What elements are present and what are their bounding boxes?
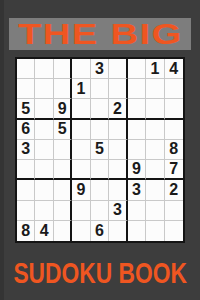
- sudoku-cell: 8: [17, 221, 35, 241]
- sudoku-cell: [35, 180, 53, 200]
- sudoku-cell: [146, 221, 164, 241]
- sudoku-cell: [35, 59, 53, 79]
- sudoku-cell: [146, 120, 164, 140]
- sudoku-cell: 3: [128, 180, 146, 200]
- sudoku-cell: [165, 120, 183, 140]
- sudoku-cell: [109, 120, 127, 140]
- sudoku-cell: [109, 221, 127, 241]
- sudoku-cell: [54, 180, 72, 200]
- sudoku-cell: [91, 180, 109, 200]
- sudoku-cell: 5: [54, 120, 72, 140]
- sudoku-cell: [91, 160, 109, 180]
- sudoku-cell: [54, 221, 72, 241]
- sudoku-cell: [35, 99, 53, 119]
- sudoku-cell: [72, 140, 90, 160]
- sudoku-cell: [146, 180, 164, 200]
- sudoku-cell: 5: [91, 140, 109, 160]
- sudoku-cell: 4: [165, 59, 183, 79]
- sudoku-cell: [91, 120, 109, 140]
- sudoku-cell: [146, 79, 164, 99]
- sudoku-cell: [54, 79, 72, 99]
- sudoku-cell: 9: [72, 180, 90, 200]
- sudoku-cell: [17, 180, 35, 200]
- sudoku-cell: [54, 201, 72, 221]
- sudoku-cell: [146, 160, 164, 180]
- sudoku-cell: 9: [54, 99, 72, 119]
- sudoku-cell: [72, 59, 90, 79]
- sudoku-cell: [17, 79, 35, 99]
- sudoku-cell: 3: [17, 140, 35, 160]
- sudoku-cell: [165, 99, 183, 119]
- sudoku-cell: [91, 79, 109, 99]
- sudoku-cell: [146, 201, 164, 221]
- bottom-title-wrap: SUDOKU BOOK: [0, 254, 200, 292]
- sudoku-cell: [109, 140, 127, 160]
- sudoku-cell: [35, 160, 53, 180]
- sudoku-cell: [17, 59, 35, 79]
- sudoku-cell: 1: [146, 59, 164, 79]
- sudoku-cell: [128, 140, 146, 160]
- sudoku-cell: [128, 201, 146, 221]
- sudoku-cell: [165, 221, 183, 241]
- sudoku-cell: 5: [17, 99, 35, 119]
- sudoku-cell: [128, 59, 146, 79]
- sudoku-cell: [109, 79, 127, 99]
- sudoku-cell: [35, 79, 53, 99]
- sudoku-cell: [54, 140, 72, 160]
- sudoku-cell: [72, 221, 90, 241]
- sudoku-cell: [165, 79, 183, 99]
- sudoku-cell: 9: [128, 160, 146, 180]
- sudoku-cell: 2: [109, 99, 127, 119]
- sudoku-cell: [17, 201, 35, 221]
- sudoku-cell: [35, 120, 53, 140]
- sudoku-cell: [109, 59, 127, 79]
- sudoku-cell: [35, 140, 53, 160]
- sudoku-grid: 314159265358979323846: [15, 57, 185, 243]
- title-band: THE BIG: [9, 18, 191, 50]
- sudoku-cell: 4: [35, 221, 53, 241]
- sudoku-cell: [146, 140, 164, 160]
- sudoku-cell: [72, 201, 90, 221]
- sudoku-cell: [72, 160, 90, 180]
- sudoku-cell: [128, 79, 146, 99]
- sudoku-cell: 1: [72, 79, 90, 99]
- sudoku-cell: 2: [165, 180, 183, 200]
- sudoku-cell: [128, 99, 146, 119]
- sudoku-cell: [91, 201, 109, 221]
- sudoku-cell: [72, 99, 90, 119]
- bottom-title-text: SUDOKU BOOK: [13, 258, 187, 288]
- sudoku-cell: [54, 59, 72, 79]
- sudoku-cell: 8: [165, 140, 183, 160]
- sudoku-cell: [109, 160, 127, 180]
- sudoku-cell: [165, 201, 183, 221]
- sudoku-cell: 3: [109, 201, 127, 221]
- sudoku-cell: [54, 160, 72, 180]
- sudoku-cell: [109, 180, 127, 200]
- sudoku-cell: [128, 120, 146, 140]
- sudoku-cell: [91, 99, 109, 119]
- top-title-text: THE BIG: [18, 20, 183, 49]
- sudoku-cell: [35, 201, 53, 221]
- sudoku-cell: 6: [17, 120, 35, 140]
- sudoku-cell: [72, 120, 90, 140]
- sudoku-cell: 3: [91, 59, 109, 79]
- sudoku-cell: [128, 221, 146, 241]
- sudoku-cell: 6: [91, 221, 109, 241]
- sudoku-cell: [146, 99, 164, 119]
- sudoku-cell: 7: [165, 160, 183, 180]
- sudoku-cell: [17, 160, 35, 180]
